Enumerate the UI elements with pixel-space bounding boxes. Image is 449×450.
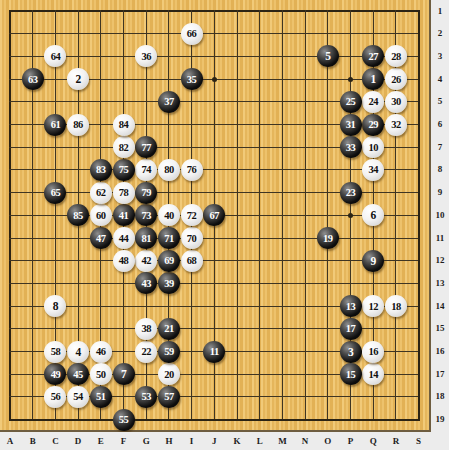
stone-white-E10[interactable]: 60: [90, 204, 112, 226]
star-point-J4: [212, 77, 217, 82]
stone-black-P6[interactable]: 31: [340, 114, 362, 136]
row-label-5: 5: [431, 96, 449, 107]
stone-white-Q8[interactable]: 34: [362, 159, 384, 181]
row-label-17: 17: [431, 369, 449, 380]
stone-white-C14[interactable]: 8: [44, 295, 66, 317]
grid-line-horizontal: [9, 419, 420, 421]
grid-line-horizontal: [9, 283, 420, 284]
row-label-13: 13: [431, 278, 449, 289]
column-label-R: R: [388, 436, 404, 447]
stone-black-H12[interactable]: 69: [158, 250, 180, 272]
column-label-S: S: [411, 436, 427, 447]
row-label-4: 4: [431, 74, 449, 85]
stone-black-D17[interactable]: 45: [67, 363, 89, 385]
column-label-K: K: [229, 436, 245, 447]
row-label-15: 15: [431, 323, 449, 334]
stone-black-P16[interactable]: 3: [340, 341, 362, 363]
column-label-Q: Q: [365, 436, 381, 447]
stone-white-D4[interactable]: 2: [67, 68, 89, 90]
go-diagram-frame: 1234567891011121314151617181920212223242…: [0, 0, 449, 450]
stone-white-E17[interactable]: 50: [90, 363, 112, 385]
stone-white-F12[interactable]: 48: [113, 250, 135, 272]
column-label-G: G: [138, 436, 154, 447]
stone-black-H18[interactable]: 57: [158, 386, 180, 408]
stone-black-E18[interactable]: 51: [90, 386, 112, 408]
stone-white-D16[interactable]: 4: [67, 341, 89, 363]
stone-white-I8[interactable]: 76: [181, 159, 203, 181]
row-label-12: 12: [431, 255, 449, 266]
stone-white-G16[interactable]: 22: [135, 341, 157, 363]
grid-line-vertical: [282, 10, 283, 421]
column-label-L: L: [252, 436, 268, 447]
stone-black-P14[interactable]: 13: [340, 295, 362, 317]
stone-black-Q3[interactable]: 27: [362, 45, 384, 67]
grid-line-vertical: [305, 10, 306, 421]
stone-white-H8[interactable]: 80: [158, 159, 180, 181]
stone-black-P9[interactable]: 23: [340, 182, 362, 204]
stone-white-I12[interactable]: 68: [181, 250, 203, 272]
row-label-7: 7: [431, 142, 449, 153]
stone-black-O3[interactable]: 5: [317, 45, 339, 67]
stone-white-Q5[interactable]: 24: [362, 91, 384, 113]
column-label-C: C: [47, 436, 63, 447]
stone-black-E11[interactable]: 47: [90, 227, 112, 249]
stone-white-G15[interactable]: 38: [135, 318, 157, 340]
stone-black-H15[interactable]: 21: [158, 318, 180, 340]
stone-black-H13[interactable]: 39: [158, 272, 180, 294]
stone-white-D6[interactable]: 86: [67, 114, 89, 136]
stone-black-F17[interactable]: 7: [113, 363, 135, 385]
row-labels-strip: 12345678910111213141516171819: [431, 0, 449, 432]
stone-black-D10[interactable]: 85: [67, 204, 89, 226]
stone-black-G13[interactable]: 43: [135, 272, 157, 294]
stone-black-F19[interactable]: 55: [113, 409, 135, 431]
stone-white-F11[interactable]: 44: [113, 227, 135, 249]
stone-white-I2[interactable]: 66: [181, 23, 203, 45]
stone-black-Q4[interactable]: 1: [362, 68, 384, 90]
column-label-B: B: [25, 436, 41, 447]
stone-black-C9[interactable]: 65: [44, 182, 66, 204]
stone-white-F6[interactable]: 84: [113, 114, 135, 136]
stone-black-H16[interactable]: 59: [158, 341, 180, 363]
grid-line-vertical: [418, 10, 420, 421]
stone-white-G8[interactable]: 74: [135, 159, 157, 181]
stone-black-Q12[interactable]: 9: [362, 250, 384, 272]
column-labels-strip: ABCDEFGHIJKLMNOPQRS: [0, 432, 449, 450]
column-label-F: F: [116, 436, 132, 447]
row-label-18: 18: [431, 391, 449, 402]
stone-black-G7[interactable]: 77: [135, 136, 157, 158]
star-point-P4: [348, 77, 353, 82]
stone-black-H11[interactable]: 71: [158, 227, 180, 249]
stone-white-Q17[interactable]: 14: [362, 363, 384, 385]
stone-white-R6[interactable]: 32: [385, 114, 407, 136]
row-label-10: 10: [431, 210, 449, 221]
stone-white-R5[interactable]: 30: [385, 91, 407, 113]
stone-black-P7[interactable]: 33: [340, 136, 362, 158]
row-label-8: 8: [431, 164, 449, 175]
stone-white-Q16[interactable]: 16: [362, 341, 384, 363]
row-label-14: 14: [431, 301, 449, 312]
stone-white-D18[interactable]: 54: [67, 386, 89, 408]
row-label-1: 1: [431, 6, 449, 17]
row-label-11: 11: [431, 233, 449, 244]
column-label-H: H: [161, 436, 177, 447]
grid-line-vertical: [237, 10, 238, 421]
stone-black-C17[interactable]: 49: [44, 363, 66, 385]
stone-black-E8[interactable]: 83: [90, 159, 112, 181]
stone-white-I11[interactable]: 70: [181, 227, 203, 249]
stone-white-R3[interactable]: 28: [385, 45, 407, 67]
stone-white-E9[interactable]: 62: [90, 182, 112, 204]
stone-black-H5[interactable]: 37: [158, 91, 180, 113]
stone-white-G3[interactable]: 36: [135, 45, 157, 67]
stone-black-P15[interactable]: 17: [340, 318, 362, 340]
stone-white-H17[interactable]: 20: [158, 363, 180, 385]
column-label-D: D: [70, 436, 86, 447]
stone-black-J16[interactable]: 11: [203, 341, 225, 363]
stone-white-F7[interactable]: 82: [113, 136, 135, 158]
stone-white-F9[interactable]: 78: [113, 182, 135, 204]
go-board[interactable]: 1234567891011121314151617181920212223242…: [0, 0, 431, 432]
stone-white-E16[interactable]: 46: [90, 341, 112, 363]
stone-black-B4[interactable]: 63: [22, 68, 44, 90]
stone-white-R4[interactable]: 26: [385, 68, 407, 90]
stone-black-P5[interactable]: 25: [340, 91, 362, 113]
stone-black-P17[interactable]: 15: [340, 363, 362, 385]
stone-black-O11[interactable]: 19: [317, 227, 339, 249]
column-label-M: M: [274, 436, 290, 447]
stone-white-C3[interactable]: 64: [44, 45, 66, 67]
row-label-2: 2: [431, 28, 449, 39]
stone-black-Q6[interactable]: 29: [362, 114, 384, 136]
column-label-N: N: [297, 436, 313, 447]
stone-white-Q7[interactable]: 10: [362, 136, 384, 158]
stone-white-C18[interactable]: 56: [44, 386, 66, 408]
stone-white-G12[interactable]: 42: [135, 250, 157, 272]
row-label-19: 19: [431, 414, 449, 425]
stone-black-C6[interactable]: 61: [44, 114, 66, 136]
grid-line-horizontal: [9, 260, 420, 261]
stone-white-Q14[interactable]: 12: [362, 295, 384, 317]
stone-black-F10[interactable]: 41: [113, 204, 135, 226]
row-label-3: 3: [431, 51, 449, 62]
stone-white-C16[interactable]: 58: [44, 341, 66, 363]
column-label-P: P: [343, 436, 359, 447]
stone-black-G9[interactable]: 79: [135, 182, 157, 204]
column-label-J: J: [206, 436, 222, 447]
stone-black-G10[interactable]: 73: [135, 204, 157, 226]
stone-black-I4[interactable]: 35: [181, 68, 203, 90]
column-label-E: E: [93, 436, 109, 447]
grid-line-vertical: [327, 10, 328, 421]
stone-white-I10[interactable]: 72: [181, 204, 203, 226]
stone-black-F8[interactable]: 75: [113, 159, 135, 181]
row-label-9: 9: [431, 187, 449, 198]
stone-black-G11[interactable]: 81: [135, 227, 157, 249]
column-label-A: A: [2, 436, 18, 447]
row-label-16: 16: [431, 346, 449, 357]
stone-white-R14[interactable]: 18: [385, 295, 407, 317]
column-label-I: I: [184, 436, 200, 447]
stone-black-J10[interactable]: 67: [203, 204, 225, 226]
grid-line-horizontal: [9, 238, 420, 239]
grid-line-vertical: [259, 10, 260, 421]
stone-white-H10[interactable]: 40: [158, 204, 180, 226]
row-label-6: 6: [431, 119, 449, 130]
stone-white-Q10[interactable]: 6: [362, 204, 384, 226]
column-label-O: O: [320, 436, 336, 447]
star-point-P10: [348, 213, 353, 218]
stone-black-G18[interactable]: 53: [135, 386, 157, 408]
